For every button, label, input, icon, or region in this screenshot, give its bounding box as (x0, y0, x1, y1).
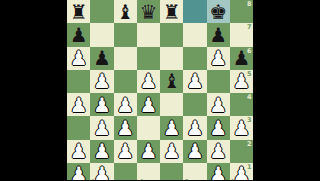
file-label-d: d (138, 179, 143, 181)
square-b1[interactable]: ♟b (90, 163, 113, 180)
square-g2[interactable]: ♟ (207, 140, 230, 163)
square-f4[interactable] (183, 93, 206, 116)
white-pawn[interactable]: ♟ (90, 116, 113, 139)
square-b7[interactable] (90, 23, 113, 46)
square-d6[interactable] (137, 47, 160, 70)
square-h8[interactable]: 8 (230, 0, 253, 23)
white-pawn[interactable]: ♟ (183, 116, 206, 139)
square-c3[interactable]: ♟ (114, 116, 137, 139)
square-a5[interactable] (67, 70, 90, 93)
white-pawn[interactable]: ♟ (207, 93, 230, 116)
white-pawn[interactable]: ♟ (137, 70, 160, 93)
file-label-c: c (115, 179, 119, 181)
square-c8[interactable]: ♝ (114, 0, 137, 23)
white-pawn[interactable]: ♟ (207, 163, 230, 180)
white-pawn[interactable]: ♟ (67, 163, 90, 180)
square-h2[interactable]: 2 (230, 140, 253, 163)
square-f6[interactable] (183, 47, 206, 70)
square-d1[interactable]: d (137, 163, 160, 180)
square-a1[interactable]: ♟a (67, 163, 90, 180)
rank-label-7: 7 (247, 24, 252, 31)
square-e6[interactable] (160, 47, 183, 70)
square-g4[interactable]: ♟ (207, 93, 230, 116)
square-c1[interactable]: c (114, 163, 137, 180)
square-f3[interactable]: ♟ (183, 116, 206, 139)
white-pawn[interactable]: ♟ (137, 140, 160, 163)
square-h7[interactable]: 7 (230, 23, 253, 46)
white-pawn[interactable]: ♟ (114, 116, 137, 139)
square-h3[interactable]: ♟3 (230, 116, 253, 139)
black-rook[interactable]: ♜ (160, 0, 183, 23)
square-b6[interactable]: ♟ (90, 47, 113, 70)
white-pawn[interactable]: ♟ (90, 140, 113, 163)
white-pawn[interactable]: ♟ (90, 163, 113, 180)
square-d5[interactable]: ♟ (137, 70, 160, 93)
black-bishop[interactable]: ♝ (160, 70, 183, 93)
white-pawn[interactable]: ♟ (67, 93, 90, 116)
white-pawn[interactable]: ♟ (207, 140, 230, 163)
square-h4[interactable]: 4 (230, 93, 253, 116)
white-pawn[interactable]: ♟ (90, 70, 113, 93)
square-b2[interactable]: ♟ (90, 140, 113, 163)
white-pawn[interactable]: ♟ (207, 116, 230, 139)
square-e1[interactable]: e (160, 163, 183, 180)
letterbox-right (253, 0, 320, 180)
black-bishop[interactable]: ♝ (114, 0, 137, 23)
square-a8[interactable]: ♜ (67, 0, 90, 23)
white-pawn[interactable]: ♟ (230, 70, 253, 93)
white-pawn[interactable]: ♟ (183, 70, 206, 93)
square-b3[interactable]: ♟ (90, 116, 113, 139)
square-f5[interactable]: ♟ (183, 70, 206, 93)
square-d8[interactable]: ♛ (137, 0, 160, 23)
square-f7[interactable] (183, 23, 206, 46)
white-pawn[interactable]: ♟ (230, 163, 253, 180)
rank-label-2: 2 (247, 141, 252, 148)
square-b4[interactable]: ♟ (90, 93, 113, 116)
square-h6[interactable]: ♟6 (230, 47, 253, 70)
square-a7[interactable]: ♟ (67, 23, 90, 46)
rank-label-4: 4 (247, 94, 252, 101)
square-c2[interactable]: ♟ (114, 140, 137, 163)
square-d4[interactable]: ♟ (137, 93, 160, 116)
square-a6[interactable]: ♟ (67, 47, 90, 70)
square-d7[interactable] (137, 23, 160, 46)
square-g8[interactable]: ♚ (207, 0, 230, 23)
square-f2[interactable]: ♟ (183, 140, 206, 163)
square-e8[interactable]: ♜ (160, 0, 183, 23)
black-pawn[interactable]: ♟ (230, 47, 253, 70)
square-a3[interactable] (67, 116, 90, 139)
square-e4[interactable] (160, 93, 183, 116)
square-f1[interactable]: f (183, 163, 206, 180)
square-g7[interactable]: ♟ (207, 23, 230, 46)
square-c6[interactable] (114, 47, 137, 70)
square-d2[interactable]: ♟ (137, 140, 160, 163)
black-rook[interactable]: ♜ (67, 0, 90, 23)
file-label-e: e (162, 179, 166, 181)
square-e5[interactable]: ♝ (160, 70, 183, 93)
square-e3[interactable]: ♟ (160, 116, 183, 139)
square-d3[interactable] (137, 116, 160, 139)
file-label-f: f (185, 179, 188, 181)
chess-board[interactable]: ♜♝♛♜♚8♟♟7♟♟♟♟6♟♟♝♟♟5♟♟♟♟♟4♟♟♟♟♟♟3♟♟♟♟♟♟♟… (67, 0, 253, 180)
square-a4[interactable]: ♟ (67, 93, 90, 116)
white-pawn[interactable]: ♟ (114, 140, 137, 163)
square-h1[interactable]: ♟1h (230, 163, 253, 180)
black-king[interactable]: ♚ (207, 0, 230, 23)
black-pawn[interactable]: ♟ (90, 47, 113, 70)
white-pawn[interactable]: ♟ (160, 116, 183, 139)
white-pawn[interactable]: ♟ (183, 140, 206, 163)
square-e2[interactable]: ♟ (160, 140, 183, 163)
square-g3[interactable]: ♟ (207, 116, 230, 139)
white-pawn[interactable]: ♟ (67, 140, 90, 163)
square-c4[interactable]: ♟ (114, 93, 137, 116)
white-pawn[interactable]: ♟ (67, 47, 90, 70)
white-pawn[interactable]: ♟ (114, 93, 137, 116)
rank-label-8: 8 (247, 1, 252, 8)
square-b8[interactable] (90, 0, 113, 23)
white-pawn[interactable]: ♟ (230, 116, 253, 139)
white-pawn[interactable]: ♟ (160, 140, 183, 163)
square-b5[interactable]: ♟ (90, 70, 113, 93)
white-pawn[interactable]: ♟ (137, 93, 160, 116)
white-pawn[interactable]: ♟ (207, 47, 230, 70)
square-g5[interactable] (207, 70, 230, 93)
square-g1[interactable]: ♟g (207, 163, 230, 180)
black-pawn[interactable]: ♟ (67, 23, 90, 46)
square-h5[interactable]: ♟5 (230, 70, 253, 93)
square-c7[interactable] (114, 23, 137, 46)
black-pawn[interactable]: ♟ (207, 23, 230, 46)
letterbox-left (0, 0, 67, 180)
square-c5[interactable] (114, 70, 137, 93)
square-f8[interactable] (183, 0, 206, 23)
square-g6[interactable]: ♟ (207, 47, 230, 70)
square-a2[interactable]: ♟ (67, 140, 90, 163)
black-queen[interactable]: ♛ (137, 0, 160, 23)
white-pawn[interactable]: ♟ (90, 93, 113, 116)
square-e7[interactable] (160, 23, 183, 46)
